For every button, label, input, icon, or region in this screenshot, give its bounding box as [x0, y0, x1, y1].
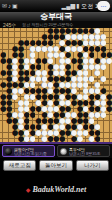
black-stone-icon — [5, 148, 12, 155]
logo-text: BadukWorld.net — [32, 185, 86, 194]
white-player-panel[interactable]: 흑두•4단 남은시간 8분35초 — [57, 145, 110, 157]
music-icon: ♪ — [8, 0, 11, 12]
app-window: ✉ ♪ ▣ ▂▄▆ ▮ 오전 10:38 승부대국 … 245수 정선 제한시간… — [0, 0, 112, 200]
review-button[interactable]: 돌아보기 — [39, 160, 72, 171]
status-bar: ✉ ♪ ▣ ▂▄▆ ▮ 오전 10:38 — [0, 0, 112, 12]
chat-bubble-button[interactable]: … — [97, 1, 110, 11]
white-stone-icon — [60, 148, 67, 155]
battery-icon: ▮ — [76, 0, 79, 12]
action-button-row: 새로고침 돌아보기 나가기 — [0, 158, 112, 173]
notification-icons: ✉ ♪ ▣ — [2, 0, 18, 12]
white-player-time: 남은시간 8분35초 — [69, 152, 101, 156]
player-panels: 글짱이•7단 남은시간 초읽기중 흑두•4단 남은시간 8분35초 — [0, 144, 112, 158]
exit-button[interactable]: 나가기 — [76, 160, 109, 171]
refresh-button[interactable]: 새로고침 — [3, 160, 36, 171]
logo-diamond-icon: ◆ — [26, 186, 31, 193]
black-player-panel[interactable]: 글짱이•7단 남은시간 초읽기중 — [2, 145, 55, 157]
page-title: 승부대국 — [40, 12, 72, 21]
move-counter: 245수 — [3, 22, 16, 28]
mail-icon: ✉ — [2, 0, 7, 12]
black-player-time: 남은시간 초읽기중 — [14, 152, 47, 156]
footer: ◆ BadukWorld.net — [0, 173, 112, 200]
go-board[interactable]: ●●●●●●●●●●●●●●●●●●●●●●●●●●●●●●●●●●●●●●●●… — [0, 28, 112, 142]
game-info-row: 245수 정선 제한시간 20분+5분착수 — [0, 21, 112, 28]
signal-icon: ▂▄▆ — [62, 0, 75, 12]
board-point[interactable] — [106, 136, 112, 142]
time-rule-text: 정선 제한시간 20분+5분착수 — [22, 22, 73, 27]
title-bar: 승부대국 — [0, 12, 112, 21]
badukworld-logo: ◆ BadukWorld.net — [26, 185, 87, 194]
go-board-grid: ●●●●●●●●●●●●●●●●●●●●●●●●●●●●●●●●●●●●●●●●… — [0, 28, 112, 142]
app-notification-icon: ▣ — [12, 0, 18, 12]
